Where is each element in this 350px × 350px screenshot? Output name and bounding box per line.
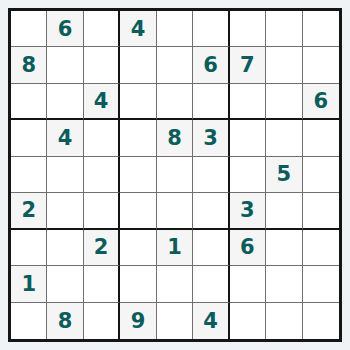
empty-cell-r4c3[interactable] — [84, 120, 120, 156]
given-cell-r8c1: 1 — [11, 266, 47, 302]
empty-cell-r6c4[interactable] — [120, 193, 156, 229]
empty-cell-r5c1[interactable] — [11, 157, 47, 193]
empty-cell-r5c6[interactable] — [193, 157, 229, 193]
empty-cell-r8c2[interactable] — [47, 266, 83, 302]
empty-cell-r2c5[interactable] — [157, 47, 193, 83]
empty-cell-r1c9[interactable] — [303, 11, 339, 47]
given-cell-r9c2: 8 — [47, 303, 83, 339]
empty-cell-r9c5[interactable] — [157, 303, 193, 339]
given-cell-r5c8: 5 — [266, 157, 302, 193]
empty-cell-r9c3[interactable] — [84, 303, 120, 339]
given-cell-r9c6: 4 — [193, 303, 229, 339]
empty-cell-r7c9[interactable] — [303, 230, 339, 266]
given-cell-r2c1: 8 — [11, 47, 47, 83]
empty-cell-r1c8[interactable] — [266, 11, 302, 47]
empty-cell-r8c3[interactable] — [84, 266, 120, 302]
empty-cell-r8c9[interactable] — [303, 266, 339, 302]
given-cell-r4c6: 3 — [193, 120, 229, 156]
given-cell-r7c3: 2 — [84, 230, 120, 266]
empty-cell-r3c7[interactable] — [230, 84, 266, 120]
empty-cell-r6c2[interactable] — [47, 193, 83, 229]
empty-cell-r1c6[interactable] — [193, 11, 229, 47]
given-cell-r6c7: 3 — [230, 193, 266, 229]
given-cell-r2c6: 6 — [193, 47, 229, 83]
empty-cell-r3c8[interactable] — [266, 84, 302, 120]
empty-cell-r4c1[interactable] — [11, 120, 47, 156]
empty-cell-r8c8[interactable] — [266, 266, 302, 302]
empty-cell-r4c7[interactable] — [230, 120, 266, 156]
given-cell-r3c9: 6 — [303, 84, 339, 120]
given-cell-r9c4: 9 — [120, 303, 156, 339]
given-cell-r7c5: 1 — [157, 230, 193, 266]
empty-cell-r3c2[interactable] — [47, 84, 83, 120]
empty-cell-r6c3[interactable] — [84, 193, 120, 229]
empty-cell-r3c5[interactable] — [157, 84, 193, 120]
empty-cell-r4c9[interactable] — [303, 120, 339, 156]
empty-cell-r2c9[interactable] — [303, 47, 339, 83]
given-cell-r7c7: 6 — [230, 230, 266, 266]
empty-cell-r5c5[interactable] — [157, 157, 193, 193]
given-cell-r4c2: 4 — [47, 120, 83, 156]
empty-cell-r4c8[interactable] — [266, 120, 302, 156]
empty-cell-r7c8[interactable] — [266, 230, 302, 266]
empty-cell-r5c2[interactable] — [47, 157, 83, 193]
empty-cell-r9c9[interactable] — [303, 303, 339, 339]
empty-cell-r7c6[interactable] — [193, 230, 229, 266]
given-cell-r2c7: 7 — [230, 47, 266, 83]
empty-cell-r6c6[interactable] — [193, 193, 229, 229]
empty-cell-r2c4[interactable] — [120, 47, 156, 83]
empty-cell-r1c3[interactable] — [84, 11, 120, 47]
empty-cell-r5c4[interactable] — [120, 157, 156, 193]
empty-cell-r8c5[interactable] — [157, 266, 193, 302]
empty-cell-r3c4[interactable] — [120, 84, 156, 120]
given-cell-r3c3: 4 — [84, 84, 120, 120]
empty-cell-r5c3[interactable] — [84, 157, 120, 193]
empty-cell-r9c1[interactable] — [11, 303, 47, 339]
empty-cell-r2c8[interactable] — [266, 47, 302, 83]
empty-cell-r8c4[interactable] — [120, 266, 156, 302]
empty-cell-r6c9[interactable] — [303, 193, 339, 229]
empty-cell-r9c8[interactable] — [266, 303, 302, 339]
empty-cell-r3c6[interactable] — [193, 84, 229, 120]
empty-cell-r2c2[interactable] — [47, 47, 83, 83]
empty-cell-r8c6[interactable] — [193, 266, 229, 302]
empty-cell-r3c1[interactable] — [11, 84, 47, 120]
empty-cell-r4c4[interactable] — [120, 120, 156, 156]
empty-cell-r1c7[interactable] — [230, 11, 266, 47]
given-cell-r4c5: 8 — [157, 120, 193, 156]
sudoku-board: 64867464835232161894 — [8, 8, 342, 342]
given-cell-r6c1: 2 — [11, 193, 47, 229]
empty-cell-r7c1[interactable] — [11, 230, 47, 266]
empty-cell-r6c5[interactable] — [157, 193, 193, 229]
given-cell-r1c2: 6 — [47, 11, 83, 47]
empty-cell-r7c4[interactable] — [120, 230, 156, 266]
empty-cell-r7c2[interactable] — [47, 230, 83, 266]
empty-cell-r5c7[interactable] — [230, 157, 266, 193]
empty-cell-r1c1[interactable] — [11, 11, 47, 47]
empty-cell-r5c9[interactable] — [303, 157, 339, 193]
given-cell-r1c4: 4 — [120, 11, 156, 47]
empty-cell-r9c7[interactable] — [230, 303, 266, 339]
empty-cell-r8c7[interactable] — [230, 266, 266, 302]
empty-cell-r6c8[interactable] — [266, 193, 302, 229]
page: 64867464835232161894 — [0, 0, 350, 350]
empty-cell-r1c5[interactable] — [157, 11, 193, 47]
empty-cell-r2c3[interactable] — [84, 47, 120, 83]
